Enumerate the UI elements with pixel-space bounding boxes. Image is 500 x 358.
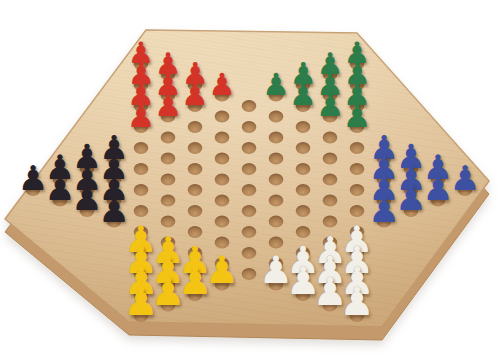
peg-red[interactable]: ♟ [127,100,156,132]
peg-green[interactable]: ♟ [262,69,289,100]
peg-white[interactable]: ♟ [340,282,375,321]
product-photo: Wooden hexagonal Chinese checkers board … [0,0,500,358]
peg-red[interactable]: ♟ [181,79,209,110]
peg-green[interactable]: ♟ [289,79,317,110]
pegs-layer: ♟♟♟♟♟♟♟♟♟♟♟♟♟♟♟♟♟♟♟♟♟♟♟♟♟♟♟♟♟♟♟♟♟♟♟♟♟♟♟♟… [0,0,500,358]
peg-red[interactable]: ♟ [208,69,235,100]
peg-green[interactable]: ♟ [343,100,372,132]
peg-yellow[interactable]: ♟ [124,282,159,321]
peg-blue[interactable]: ♟ [450,161,481,195]
peg-green[interactable]: ♟ [316,89,344,120]
peg-blue[interactable]: ♟ [423,171,454,206]
peg-red[interactable]: ♟ [154,89,182,120]
